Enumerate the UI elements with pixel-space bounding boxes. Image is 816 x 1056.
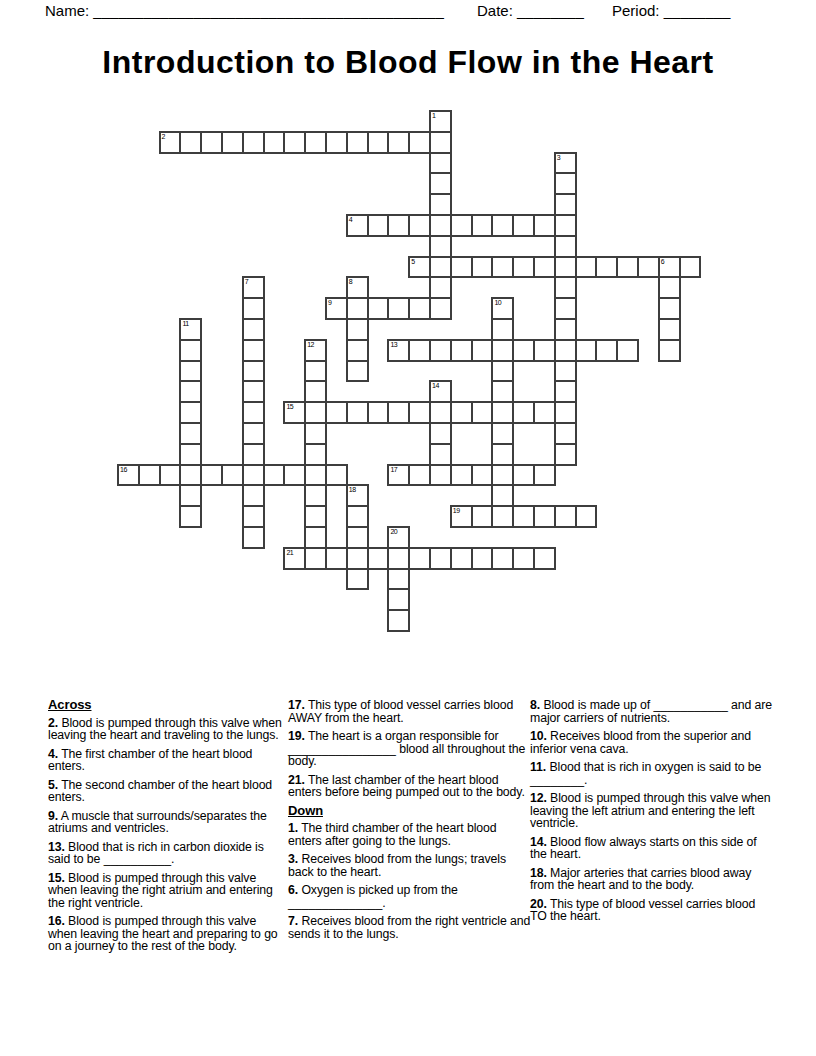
grid-cell-r16-c6[interactable] bbox=[242, 443, 265, 466]
grid-cell-r11-c9[interactable]: 12 bbox=[304, 339, 327, 362]
grid-cell-r8-c21[interactable] bbox=[554, 276, 577, 299]
grid-cell-r14-c15[interactable] bbox=[429, 401, 452, 424]
grid-cell-r11-c26[interactable] bbox=[658, 339, 681, 362]
grid-cell-r14-c20[interactable] bbox=[533, 401, 556, 424]
grid-cell-r10-c11[interactable] bbox=[346, 318, 369, 341]
grid-cell-r15-c18[interactable] bbox=[491, 422, 514, 445]
grid-cell-r17-c7[interactable] bbox=[263, 464, 286, 487]
clue-12: 12. Blood is pumped through this valve w… bbox=[530, 792, 772, 830]
clue-number-label: 20. bbox=[530, 897, 547, 911]
grid-cell-r1-c4[interactable] bbox=[200, 131, 223, 154]
grid-cell-r24-c13[interactable] bbox=[387, 609, 410, 632]
grid-cell-r17-c16[interactable] bbox=[450, 464, 473, 487]
cell-number-2: 2 bbox=[162, 133, 165, 141]
clue-14: 14. Blood flow always starts on this sid… bbox=[530, 836, 772, 861]
clue-number-label: 10. bbox=[530, 729, 547, 743]
grid-cell-r14-c19[interactable] bbox=[512, 401, 535, 424]
period-label: Period: bbox=[612, 2, 660, 19]
clue-10: 10. Receives blood from the superior and… bbox=[530, 730, 772, 755]
grid-cell-r17-c20[interactable] bbox=[533, 464, 556, 487]
grid-cell-r14-c10[interactable] bbox=[325, 401, 348, 424]
cell-number-20: 20 bbox=[390, 528, 397, 536]
grid-cell-r17-c1[interactable] bbox=[138, 464, 161, 487]
cell-number-19: 19 bbox=[453, 507, 460, 515]
grid-cell-r14-c6[interactable] bbox=[242, 401, 265, 424]
clue-column-middle: 17. This type of blood vessel carries bl… bbox=[288, 699, 531, 946]
grid-cell-r3-c15[interactable] bbox=[429, 172, 452, 195]
grid-cell-r19-c6[interactable] bbox=[242, 505, 265, 528]
grid-cell-r8-c6[interactable]: 7 bbox=[242, 276, 265, 299]
cell-number-8: 8 bbox=[349, 278, 352, 286]
grid-cell-r7-c24[interactable] bbox=[616, 256, 639, 279]
grid-cell-r12-c3[interactable] bbox=[179, 360, 202, 383]
grid-cell-r1-c12[interactable] bbox=[367, 131, 390, 154]
grid-cell-r7-c23[interactable] bbox=[595, 256, 618, 279]
grid-cell-r16-c18[interactable] bbox=[491, 443, 514, 466]
grid-cell-r5-c17[interactable] bbox=[471, 214, 494, 237]
clue-20: 20. This type of blood vessel carries bl… bbox=[530, 898, 772, 923]
clue-number-label: 6. bbox=[288, 883, 298, 897]
grid-cell-r19-c18[interactable] bbox=[491, 505, 514, 528]
clues-down-header: Down bbox=[288, 805, 531, 818]
grid-cell-r7-c27[interactable] bbox=[679, 256, 702, 279]
grid-cell-r21-c17[interactable] bbox=[471, 547, 494, 570]
grid-cell-r21-c19[interactable] bbox=[512, 547, 535, 570]
grid-cell-r14-c18[interactable] bbox=[491, 401, 514, 424]
grid-cell-r7-c20[interactable] bbox=[533, 256, 556, 279]
grid-cell-r1-c7[interactable] bbox=[263, 131, 286, 154]
grid-cell-r7-c17[interactable] bbox=[471, 256, 494, 279]
grid-cell-r20-c9[interactable] bbox=[304, 526, 327, 549]
grid-cell-r9-c21[interactable] bbox=[554, 297, 577, 320]
grid-cell-r13-c21[interactable] bbox=[554, 380, 577, 403]
clue-17: 17. This type of blood vessel carries bl… bbox=[288, 699, 531, 724]
grid-cell-r10-c6[interactable] bbox=[242, 318, 265, 341]
clue-16: 16. Blood is pumped through this valve w… bbox=[48, 915, 286, 953]
grid-cell-r5-c18[interactable] bbox=[491, 214, 514, 237]
clue-15: 15. Blood is pumped through this valve w… bbox=[48, 872, 286, 910]
grid-cell-r19-c20[interactable] bbox=[533, 505, 556, 528]
grid-cell-r11-c20[interactable] bbox=[533, 339, 556, 362]
clue-19: 19. The heart is a organ responsible for… bbox=[288, 730, 531, 768]
grid-cell-r13-c3[interactable] bbox=[179, 380, 202, 403]
grid-cell-r7-c19[interactable] bbox=[512, 256, 535, 279]
clue-11: 11. Blood that is rich in oxygen is said… bbox=[530, 761, 772, 786]
cell-number-21: 21 bbox=[286, 549, 293, 557]
grid-cell-r1-c5[interactable] bbox=[221, 131, 244, 154]
grid-cell-r7-c22[interactable] bbox=[575, 256, 598, 279]
grid-cell-r11-c22[interactable] bbox=[575, 339, 598, 362]
cell-number-15: 15 bbox=[286, 403, 293, 411]
cell-number-11: 11 bbox=[182, 320, 188, 328]
clue-number-label: 1. bbox=[288, 821, 298, 835]
clue-7: 7. Receives blood from the right ventric… bbox=[288, 915, 531, 940]
clue-number-label: 8. bbox=[530, 698, 540, 712]
grid-cell-r17-c5[interactable] bbox=[221, 464, 244, 487]
clue-number-label: 16. bbox=[48, 914, 65, 928]
grid-cell-r11-c21[interactable] bbox=[554, 339, 577, 362]
grid-cell-r2-c21[interactable]: 3 bbox=[554, 152, 577, 175]
grid-cell-r17-c4[interactable] bbox=[200, 464, 223, 487]
cell-number-3: 3 bbox=[557, 154, 560, 162]
grid-cell-r14-c9[interactable] bbox=[304, 401, 327, 424]
grid-cell-r12-c18[interactable] bbox=[491, 360, 514, 383]
grid-cell-r21-c9[interactable] bbox=[304, 547, 327, 570]
grid-cell-r10-c21[interactable] bbox=[554, 318, 577, 341]
grid-cell-r14-c14[interactable] bbox=[408, 401, 431, 424]
cell-number-7: 7 bbox=[245, 278, 248, 286]
date-field: Date: ________ bbox=[477, 2, 584, 19]
grid-cell-r14-c8[interactable]: 15 bbox=[283, 401, 306, 424]
grid-cell-r17-c8[interactable] bbox=[283, 464, 306, 487]
grid-cell-r13-c6[interactable] bbox=[242, 380, 265, 403]
name-label: Name: bbox=[45, 2, 89, 19]
clue-6: 6. Oxygen is picked up from the ________… bbox=[288, 884, 531, 909]
clue-number-label: 11. bbox=[530, 760, 546, 774]
grid-cell-r9-c18[interactable]: 10 bbox=[491, 297, 514, 320]
clue-9: 9. A muscle that surrounds/separates the… bbox=[48, 810, 286, 835]
grid-cell-r11-c6[interactable] bbox=[242, 339, 265, 362]
cell-number-9: 9 bbox=[328, 299, 331, 307]
grid-cell-r9-c26[interactable] bbox=[658, 297, 681, 320]
grid-cell-r4-c21[interactable] bbox=[554, 193, 577, 216]
clue-number-label: 12. bbox=[530, 791, 547, 805]
grid-cell-r11-c15[interactable] bbox=[429, 339, 452, 362]
grid-cell-r18-c3[interactable] bbox=[179, 484, 202, 507]
grid-cell-r2-c15[interactable] bbox=[429, 152, 452, 175]
grid-cell-r5-c15[interactable] bbox=[429, 214, 452, 237]
date-blank-line[interactable]: ________ bbox=[517, 2, 584, 19]
grid-cell-r1-c14[interactable] bbox=[408, 131, 431, 154]
grid-cell-r1-c10[interactable] bbox=[325, 131, 348, 154]
grid-cell-r22-c13[interactable] bbox=[387, 568, 410, 591]
grid-cell-r12-c9[interactable] bbox=[304, 360, 327, 383]
cell-number-1: 1 bbox=[432, 112, 435, 120]
grid-cell-r7-c25[interactable] bbox=[637, 256, 660, 279]
grid-cell-r11-c14[interactable] bbox=[408, 339, 431, 362]
grid-cell-r5-c16[interactable] bbox=[450, 214, 473, 237]
clue-number-label: 21. bbox=[288, 773, 305, 787]
grid-cell-r1-c15[interactable] bbox=[429, 131, 452, 154]
grid-cell-r1-c2[interactable]: 2 bbox=[159, 131, 182, 154]
grid-cell-r17-c9[interactable] bbox=[304, 464, 327, 487]
clue-number-label: 7. bbox=[288, 914, 298, 928]
grid-cell-r1-c11[interactable] bbox=[346, 131, 369, 154]
grid-cell-r4-c15[interactable] bbox=[429, 193, 452, 216]
grid-cell-r7-c15[interactable] bbox=[429, 256, 452, 279]
grid-cell-r8-c26[interactable] bbox=[658, 276, 681, 299]
grid-cell-r23-c13[interactable] bbox=[387, 588, 410, 611]
grid-cell-r17-c0[interactable]: 16 bbox=[117, 464, 140, 487]
grid-cell-r11-c24[interactable] bbox=[616, 339, 639, 362]
clue-4: 4. The first chamber of the heart blood … bbox=[48, 748, 286, 773]
clue-number-label: 9. bbox=[48, 809, 58, 823]
grid-cell-r18-c9[interactable] bbox=[304, 484, 327, 507]
grid-cell-r11-c13[interactable]: 13 bbox=[387, 339, 410, 362]
grid-cell-r13-c9[interactable] bbox=[304, 380, 327, 403]
period-blank-line[interactable]: ________ bbox=[664, 2, 731, 19]
grid-cell-r21-c8[interactable]: 21 bbox=[283, 547, 306, 570]
grid-cell-r8-c11[interactable]: 8 bbox=[346, 276, 369, 299]
grid-cell-r18-c6[interactable] bbox=[242, 484, 265, 507]
grid-cell-r14-c13[interactable] bbox=[387, 401, 410, 424]
clues-across-header: Across bbox=[48, 699, 286, 712]
grid-cell-r7-c16[interactable] bbox=[450, 256, 473, 279]
grid-cell-r17-c15[interactable] bbox=[429, 464, 452, 487]
grid-cell-r21-c15[interactable] bbox=[429, 547, 452, 570]
grid-cell-r13-c18[interactable] bbox=[491, 380, 514, 403]
grid-cell-r0-c15[interactable]: 1 bbox=[429, 110, 452, 133]
grid-cell-r15-c9[interactable] bbox=[304, 422, 327, 445]
grid-cell-r8-c15[interactable] bbox=[429, 276, 452, 299]
grid-cell-r1-c6[interactable] bbox=[242, 131, 265, 154]
clue-column-right: 8. Blood is made up of ___________ and a… bbox=[530, 699, 772, 929]
grid-cell-r11-c16[interactable] bbox=[450, 339, 473, 362]
grid-cell-r5-c19[interactable] bbox=[512, 214, 535, 237]
grid-cell-r17-c19[interactable] bbox=[512, 464, 535, 487]
grid-cell-r12-c11[interactable] bbox=[346, 360, 369, 383]
grid-cell-r9-c12[interactable] bbox=[367, 297, 390, 320]
grid-cell-r19-c11[interactable] bbox=[346, 505, 369, 528]
grid-cell-r19-c22[interactable] bbox=[575, 505, 598, 528]
cell-number-14: 14 bbox=[432, 382, 439, 390]
clue-2: 2. Blood is pumped through this valve wh… bbox=[48, 717, 286, 742]
grid-cell-r16-c21[interactable] bbox=[554, 443, 577, 466]
grid-cell-r15-c3[interactable] bbox=[179, 422, 202, 445]
grid-cell-r17-c6[interactable] bbox=[242, 464, 265, 487]
grid-cell-r14-c16[interactable] bbox=[450, 401, 473, 424]
clue-3: 3. Receives blood from the lungs; travel… bbox=[288, 853, 531, 878]
grid-cell-r9-c6[interactable] bbox=[242, 297, 265, 320]
grid-cell-r17-c10[interactable] bbox=[325, 464, 348, 487]
grid-cell-r20-c6[interactable] bbox=[242, 526, 265, 549]
grid-cell-r9-c11[interactable] bbox=[346, 297, 369, 320]
grid-cell-r16-c15[interactable] bbox=[429, 443, 452, 466]
clue-column-left: Across2. Blood is pumped through this va… bbox=[48, 699, 286, 959]
grid-cell-r21-c16[interactable] bbox=[450, 547, 473, 570]
grid-cell-r11-c19[interactable] bbox=[512, 339, 535, 362]
grid-cell-r9-c14[interactable] bbox=[408, 297, 431, 320]
page-title: Introduction to Blood Flow in the Heart bbox=[0, 44, 816, 81]
clue-8: 8. Blood is made up of ___________ and a… bbox=[530, 699, 772, 724]
clue-number-label: 18. bbox=[530, 866, 547, 880]
grid-cell-r21-c12[interactable] bbox=[367, 547, 390, 570]
grid-cell-r1-c9[interactable] bbox=[304, 131, 327, 154]
clue-number-label: 3. bbox=[288, 852, 298, 866]
grid-cell-r19-c19[interactable] bbox=[512, 505, 535, 528]
cell-number-16: 16 bbox=[120, 466, 127, 474]
clue-number-label: 14. bbox=[530, 835, 547, 849]
grid-cell-r19-c3[interactable] bbox=[179, 505, 202, 528]
grid-cell-r14-c21[interactable] bbox=[554, 401, 577, 424]
grid-cell-r15-c21[interactable] bbox=[554, 422, 577, 445]
grid-cell-r17-c3[interactable] bbox=[179, 464, 202, 487]
cell-number-17: 17 bbox=[390, 466, 397, 474]
clue-21: 21. The last chamber of the heart blood … bbox=[288, 774, 531, 799]
grid-cell-r11-c17[interactable] bbox=[471, 339, 494, 362]
grid-cell-r17-c18[interactable] bbox=[491, 464, 514, 487]
grid-cell-r6-c21[interactable] bbox=[554, 235, 577, 258]
grid-cell-r3-c21[interactable] bbox=[554, 172, 577, 195]
name-field: Name: __________________________________… bbox=[45, 2, 444, 19]
cell-number-6: 6 bbox=[661, 258, 664, 266]
grid-cell-r14-c17[interactable] bbox=[471, 401, 494, 424]
clue-18: 18. Major arteries that carries blood aw… bbox=[530, 867, 772, 892]
grid-cell-r19-c16[interactable]: 19 bbox=[450, 505, 473, 528]
grid-cell-r10-c26[interactable] bbox=[658, 318, 681, 341]
cell-number-13: 13 bbox=[390, 341, 397, 349]
date-label: Date: bbox=[477, 2, 513, 19]
grid-cell-r9-c15[interactable] bbox=[429, 297, 452, 320]
grid-cell-r5-c20[interactable] bbox=[533, 214, 556, 237]
grid-cell-r7-c14[interactable]: 5 bbox=[408, 256, 431, 279]
clue-number-label: 2. bbox=[48, 716, 58, 730]
grid-cell-r21-c20[interactable] bbox=[533, 547, 556, 570]
cell-number-10: 10 bbox=[494, 299, 501, 307]
grid-cell-r18-c11[interactable]: 18 bbox=[346, 484, 369, 507]
grid-cell-r21-c13[interactable] bbox=[387, 547, 410, 570]
grid-cell-r16-c9[interactable] bbox=[304, 443, 327, 466]
grid-cell-r19-c21[interactable] bbox=[554, 505, 577, 528]
clue-number-label: 19. bbox=[288, 729, 305, 743]
grid-cell-r14-c11[interactable] bbox=[346, 401, 369, 424]
grid-cell-r16-c3[interactable] bbox=[179, 443, 202, 466]
grid-cell-r21-c10[interactable] bbox=[325, 547, 348, 570]
grid-cell-r6-c15[interactable] bbox=[429, 235, 452, 258]
grid-cell-r18-c18[interactable] bbox=[491, 484, 514, 507]
clue-number-label: 5. bbox=[48, 778, 58, 792]
cell-number-4: 4 bbox=[349, 216, 352, 224]
grid-cell-r7-c18[interactable] bbox=[491, 256, 514, 279]
grid-cell-r7-c26[interactable]: 6 bbox=[658, 256, 681, 279]
clue-13: 13. Blood that is rich in carbon dioxide… bbox=[48, 841, 286, 866]
grid-cell-r1-c8[interactable] bbox=[283, 131, 306, 154]
grid-cell-r7-c21[interactable] bbox=[554, 256, 577, 279]
grid-cell-r5-c14[interactable] bbox=[408, 214, 431, 237]
grid-cell-r11-c23[interactable] bbox=[595, 339, 618, 362]
grid-cell-r17-c2[interactable] bbox=[159, 464, 182, 487]
clue-number-label: 15. bbox=[48, 871, 65, 885]
grid-cell-r1-c3[interactable] bbox=[179, 131, 202, 154]
name-blank-line[interactable]: ________________________________________… bbox=[93, 2, 443, 19]
grid-cell-r5-c11[interactable]: 4 bbox=[346, 214, 369, 237]
grid-cell-r21-c11[interactable] bbox=[346, 547, 369, 570]
grid-cell-r1-c13[interactable] bbox=[387, 131, 410, 154]
clue-5: 5. The second chamber of the heart blood… bbox=[48, 779, 286, 804]
grid-cell-r15-c6[interactable] bbox=[242, 422, 265, 445]
grid-cell-r13-c15[interactable]: 14 bbox=[429, 380, 452, 403]
grid-cell-r11-c18[interactable] bbox=[491, 339, 514, 362]
period-field: Period: ________ bbox=[612, 2, 730, 19]
grid-cell-r19-c9[interactable] bbox=[304, 505, 327, 528]
grid-cell-r14-c12[interactable] bbox=[367, 401, 390, 424]
cell-number-12: 12 bbox=[307, 341, 314, 349]
grid-cell-r9-c13[interactable] bbox=[387, 297, 410, 320]
grid-cell-r17-c14[interactable] bbox=[408, 464, 431, 487]
grid-cell-r5-c21[interactable] bbox=[554, 214, 577, 237]
grid-cell-r19-c17[interactable] bbox=[471, 505, 494, 528]
grid-cell-r5-c13[interactable] bbox=[387, 214, 410, 237]
clue-number-label: 13. bbox=[48, 840, 65, 854]
grid-cell-r20-c11[interactable] bbox=[346, 526, 369, 549]
cell-number-18: 18 bbox=[349, 486, 356, 494]
clue-number-label: 4. bbox=[48, 747, 58, 761]
grid-cell-r9-c10[interactable]: 9 bbox=[325, 297, 348, 320]
grid-cell-r21-c18[interactable] bbox=[491, 547, 514, 570]
grid-cell-r21-c14[interactable] bbox=[408, 547, 431, 570]
grid-cell-r17-c13[interactable]: 17 bbox=[387, 464, 410, 487]
clue-number-label: 17. bbox=[288, 698, 305, 712]
clue-1: 1. The third chamber of the heart blood … bbox=[288, 822, 531, 847]
grid-cell-r11-c11[interactable] bbox=[346, 339, 369, 362]
grid-cell-r10-c18[interactable] bbox=[491, 318, 514, 341]
grid-cell-r12-c6[interactable] bbox=[242, 360, 265, 383]
grid-cell-r5-c12[interactable] bbox=[367, 214, 390, 237]
cell-number-5: 5 bbox=[411, 258, 414, 266]
grid-cell-r17-c17[interactable] bbox=[471, 464, 494, 487]
grid-cell-r10-c3[interactable]: 11 bbox=[179, 318, 202, 341]
grid-cell-r20-c13[interactable]: 20 bbox=[387, 526, 410, 549]
grid-cell-r14-c3[interactable] bbox=[179, 401, 202, 424]
grid-cell-r15-c15[interactable] bbox=[429, 422, 452, 445]
grid-cell-r11-c3[interactable] bbox=[179, 339, 202, 362]
grid-cell-r22-c11[interactable] bbox=[346, 568, 369, 591]
grid-cell-r12-c21[interactable] bbox=[554, 360, 577, 383]
